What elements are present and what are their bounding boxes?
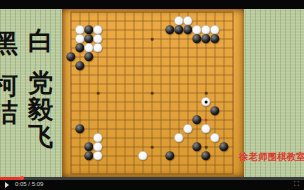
time-display: 0:05 / 5:09 [15, 181, 43, 188]
progress-track[interactable] [0, 177, 304, 180]
top-letterbox-bar [0, 0, 304, 9]
star-point [205, 146, 208, 149]
video-frame: 黑 柯洁 白 党毅飞 徐老师围棋教室 0:05 / 5:09 ⛶ [0, 0, 304, 190]
white-label: 白 [27, 27, 54, 54]
star-point [151, 38, 154, 41]
player-control-bar: 0:05 / 5:09 ⛶ [0, 177, 304, 190]
white-player-name: 党毅飞 [27, 69, 54, 150]
black-label: 黑 [0, 30, 19, 57]
progress-scrubber[interactable] [20, 176, 24, 180]
star-point [97, 92, 100, 95]
star-point [151, 146, 154, 149]
star-point [151, 92, 154, 95]
last-move-marker [204, 100, 207, 103]
play-icon[interactable] [5, 182, 9, 188]
black-player-name: 柯洁 [0, 72, 19, 126]
star-point [205, 92, 208, 95]
go-board [62, 9, 244, 177]
watermark-text: 徐老师围棋教室 [239, 151, 304, 164]
progress-fill [0, 177, 22, 180]
fullscreen-icon[interactable]: ⛶ [294, 180, 299, 188]
